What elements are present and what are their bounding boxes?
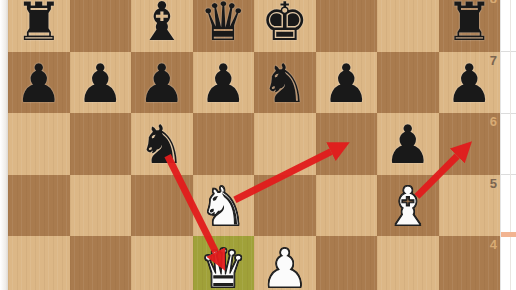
square-c5[interactable] — [131, 175, 193, 237]
square-e6[interactable] — [254, 113, 316, 175]
black-pawn[interactable]: ♟ — [138, 55, 186, 110]
square-c7[interactable]: ♟ — [131, 52, 193, 114]
gutter-divider — [501, 174, 516, 175]
black-pawn[interactable]: ♟ — [384, 116, 432, 171]
square-a5[interactable] — [8, 175, 70, 237]
square-d8[interactable]: ♛ — [193, 0, 255, 52]
square-d4[interactable]: ♛ — [193, 236, 255, 290]
chess-analysis-view: ♜♝♛♚♜8♟♟♟♟♞♟♟7♞♟6♞♝5♛♟4 — [0, 0, 516, 290]
square-a7[interactable]: ♟ — [8, 52, 70, 114]
square-b6[interactable] — [70, 113, 132, 175]
right-gutter — [500, 0, 516, 290]
black-rook[interactable]: ♜ — [445, 0, 493, 48]
black-queen[interactable]: ♛ — [199, 0, 247, 48]
black-bishop[interactable]: ♝ — [138, 0, 186, 48]
square-f7[interactable]: ♟ — [316, 52, 378, 114]
black-knight[interactable]: ♞ — [261, 55, 309, 110]
square-g7[interactable] — [377, 52, 439, 114]
square-g5[interactable]: ♝ — [377, 175, 439, 237]
square-f4[interactable] — [316, 236, 378, 290]
square-f8[interactable] — [316, 0, 378, 52]
rank-label-4: 4 — [485, 238, 497, 251]
rank-label-5: 5 — [485, 177, 497, 190]
square-e8[interactable]: ♚ — [254, 0, 316, 52]
rank-label-8: 8 — [485, 0, 497, 5]
square-a6[interactable] — [8, 113, 70, 175]
rank-label-6: 6 — [485, 115, 497, 128]
black-knight[interactable]: ♞ — [138, 116, 186, 171]
square-e7[interactable]: ♞ — [254, 52, 316, 114]
black-rook[interactable]: ♜ — [15, 0, 63, 48]
white-pawn[interactable]: ♟ — [261, 240, 309, 290]
gutter-divider — [501, 51, 516, 52]
gutter-divider — [501, 113, 516, 114]
square-e5[interactable] — [254, 175, 316, 237]
square-d5[interactable]: ♞ — [193, 175, 255, 237]
square-d6[interactable] — [193, 113, 255, 175]
square-c8[interactable]: ♝ — [131, 0, 193, 52]
square-d7[interactable]: ♟ — [193, 52, 255, 114]
left-gutter — [0, 0, 8, 290]
black-pawn[interactable]: ♟ — [199, 55, 247, 110]
square-g6[interactable]: ♟ — [377, 113, 439, 175]
black-pawn[interactable]: ♟ — [76, 55, 124, 110]
square-g8[interactable] — [377, 0, 439, 52]
square-c6[interactable]: ♞ — [131, 113, 193, 175]
square-c4[interactable] — [131, 236, 193, 290]
square-f6[interactable] — [316, 113, 378, 175]
square-b4[interactable] — [70, 236, 132, 290]
square-f5[interactable] — [316, 175, 378, 237]
square-a4[interactable] — [8, 236, 70, 290]
square-b8[interactable] — [70, 0, 132, 52]
right-gutter-accent-bar — [501, 232, 516, 237]
square-b7[interactable]: ♟ — [70, 52, 132, 114]
white-knight[interactable]: ♞ — [199, 178, 247, 233]
white-bishop[interactable]: ♝ — [384, 178, 432, 233]
gutter-divider-vertical — [510, 0, 511, 290]
black-pawn[interactable]: ♟ — [322, 55, 370, 110]
square-b5[interactable] — [70, 175, 132, 237]
square-h8[interactable]: ♜ — [439, 0, 501, 52]
square-a8[interactable]: ♜ — [8, 0, 70, 52]
white-queen[interactable]: ♛ — [199, 240, 247, 290]
square-e4[interactable]: ♟ — [254, 236, 316, 290]
chess-board[interactable]: ♜♝♛♚♜8♟♟♟♟♞♟♟7♞♟6♞♝5♛♟4 — [8, 0, 500, 290]
rank-label-7: 7 — [485, 54, 497, 67]
black-pawn[interactable]: ♟ — [15, 55, 63, 110]
black-king[interactable]: ♚ — [261, 0, 309, 48]
square-g4[interactable] — [377, 236, 439, 290]
